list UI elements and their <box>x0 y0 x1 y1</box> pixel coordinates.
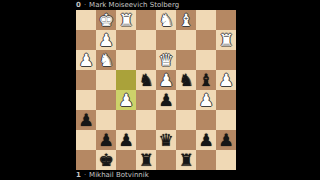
black-pawn-icon[interactable]: ♟ <box>216 130 236 150</box>
white-king-icon[interactable]: ♚ <box>96 10 116 30</box>
white-knight-icon[interactable]: ♞ <box>96 50 116 70</box>
square-a4[interactable]: ♟ <box>216 70 236 90</box>
chess-tv-screen: 0 · Mark Moiseevich Stolberg ♚♜♞♝♟♜♟♞♛♞♟… <box>0 0 320 180</box>
white-knight-icon[interactable]: ♞ <box>156 10 176 30</box>
player-top-separator: · <box>84 0 86 10</box>
black-pawn-icon[interactable]: ♟ <box>156 90 176 110</box>
square-d1[interactable]: ♞ <box>156 10 176 30</box>
black-knight-icon[interactable]: ♞ <box>176 70 196 90</box>
player-top-bar: 0 · Mark Moiseevich Stolberg <box>76 0 236 10</box>
player-top-name[interactable]: Mark Moiseevich Stolberg <box>89 0 179 10</box>
square-b3[interactable] <box>196 50 216 70</box>
square-g4[interactable] <box>96 70 116 90</box>
chess-board[interactable]: ♚♜♞♝♟♜♟♞♛♞♟♞♝♟♟♟♟♟♟♟♛♟♟♚♜♜ <box>76 10 236 170</box>
black-bishop-icon[interactable]: ♝ <box>196 70 216 90</box>
square-e1[interactable] <box>136 10 156 30</box>
square-h6[interactable]: ♟ <box>76 110 96 130</box>
square-b4[interactable]: ♝ <box>196 70 216 90</box>
square-c3[interactable] <box>176 50 196 70</box>
square-d8[interactable] <box>156 150 176 170</box>
square-d2[interactable] <box>156 30 176 50</box>
square-c6[interactable] <box>176 110 196 130</box>
square-e8[interactable]: ♜ <box>136 150 156 170</box>
white-rook-icon[interactable]: ♜ <box>216 30 236 50</box>
square-f7[interactable]: ♟ <box>116 130 136 150</box>
square-e7[interactable] <box>136 130 156 150</box>
square-h7[interactable] <box>76 130 96 150</box>
black-pawn-icon[interactable]: ♟ <box>76 110 96 130</box>
white-pawn-icon[interactable]: ♟ <box>76 50 96 70</box>
white-pawn-icon[interactable]: ♟ <box>116 90 136 110</box>
square-c5[interactable] <box>176 90 196 110</box>
square-a6[interactable] <box>216 110 236 130</box>
square-d6[interactable] <box>156 110 176 130</box>
white-pawn-icon[interactable]: ♟ <box>96 30 116 50</box>
square-h3[interactable]: ♟ <box>76 50 96 70</box>
square-a1[interactable] <box>216 10 236 30</box>
square-f5[interactable]: ♟ <box>116 90 136 110</box>
black-king-icon[interactable]: ♚ <box>96 150 116 170</box>
black-pawn-icon[interactable]: ♟ <box>196 130 216 150</box>
white-rook-icon[interactable]: ♜ <box>116 10 136 30</box>
square-h2[interactable] <box>76 30 96 50</box>
player-bottom-name[interactable]: Mikhail Botvinnik <box>89 170 149 180</box>
square-b8[interactable] <box>196 150 216 170</box>
black-knight-icon[interactable]: ♞ <box>136 70 156 90</box>
white-bishop-icon[interactable]: ♝ <box>176 10 196 30</box>
black-rook-icon[interactable]: ♜ <box>136 150 156 170</box>
black-rook-icon[interactable]: ♜ <box>176 150 196 170</box>
square-b6[interactable] <box>196 110 216 130</box>
square-d7[interactable]: ♛ <box>156 130 176 150</box>
square-h4[interactable] <box>76 70 96 90</box>
square-d5[interactable]: ♟ <box>156 90 176 110</box>
square-e5[interactable] <box>136 90 156 110</box>
square-g1[interactable]: ♚ <box>96 10 116 30</box>
square-h1[interactable] <box>76 10 96 30</box>
square-e2[interactable] <box>136 30 156 50</box>
square-e4[interactable]: ♞ <box>136 70 156 90</box>
square-b5[interactable]: ♟ <box>196 90 216 110</box>
white-queen-icon[interactable]: ♛ <box>156 50 176 70</box>
square-a7[interactable]: ♟ <box>216 130 236 150</box>
square-g6[interactable] <box>96 110 116 130</box>
square-e6[interactable] <box>136 110 156 130</box>
square-a5[interactable] <box>216 90 236 110</box>
square-f4[interactable] <box>116 70 136 90</box>
square-d3[interactable]: ♛ <box>156 50 176 70</box>
square-d4[interactable]: ♟ <box>156 70 176 90</box>
square-f6[interactable] <box>116 110 136 130</box>
square-c2[interactable] <box>176 30 196 50</box>
player-bottom-bar: 1 · Mikhail Botvinnik <box>76 170 236 180</box>
square-g3[interactable]: ♞ <box>96 50 116 70</box>
player-bottom-score: 1 <box>76 170 81 180</box>
square-f1[interactable]: ♜ <box>116 10 136 30</box>
square-c4[interactable]: ♞ <box>176 70 196 90</box>
square-a3[interactable] <box>216 50 236 70</box>
black-queen-icon[interactable]: ♛ <box>156 130 176 150</box>
square-a8[interactable] <box>216 150 236 170</box>
square-g5[interactable] <box>96 90 116 110</box>
square-a2[interactable]: ♜ <box>216 30 236 50</box>
white-pawn-icon[interactable]: ♟ <box>216 70 236 90</box>
black-pawn-icon[interactable]: ♟ <box>116 130 136 150</box>
player-bottom-separator: · <box>84 170 86 180</box>
black-pawn-icon[interactable]: ♟ <box>96 130 116 150</box>
square-b7[interactable]: ♟ <box>196 130 216 150</box>
player-top-score: 0 <box>76 0 81 10</box>
square-h8[interactable] <box>76 150 96 170</box>
white-pawn-icon[interactable]: ♟ <box>156 70 176 90</box>
square-b2[interactable] <box>196 30 216 50</box>
square-h5[interactable] <box>76 90 96 110</box>
square-g7[interactable]: ♟ <box>96 130 116 150</box>
square-f3[interactable] <box>116 50 136 70</box>
square-f2[interactable] <box>116 30 136 50</box>
square-c7[interactable] <box>176 130 196 150</box>
white-pawn-icon[interactable]: ♟ <box>196 90 216 110</box>
square-c8[interactable]: ♜ <box>176 150 196 170</box>
square-g8[interactable]: ♚ <box>96 150 116 170</box>
square-g2[interactable]: ♟ <box>96 30 116 50</box>
square-b1[interactable] <box>196 10 216 30</box>
square-c1[interactable]: ♝ <box>176 10 196 30</box>
square-f8[interactable] <box>116 150 136 170</box>
square-e3[interactable] <box>136 50 156 70</box>
